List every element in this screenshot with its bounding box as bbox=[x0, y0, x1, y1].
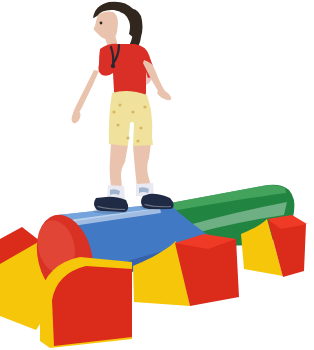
shorts-print-dot bbox=[112, 110, 115, 113]
shorts-print-dot bbox=[131, 110, 134, 113]
shorts-print-dot bbox=[136, 139, 139, 142]
soft-play-scene: Young girl with dark hair, red t-shirt a… bbox=[0, 0, 314, 350]
shorts-print-dot bbox=[118, 103, 121, 106]
shorts-print-dot bbox=[126, 136, 129, 139]
child-strap-toggle bbox=[111, 64, 115, 68]
shorts-print-dot bbox=[143, 105, 146, 108]
shorts-print-dot bbox=[139, 126, 142, 129]
support-left-near-block bbox=[40, 257, 132, 348]
product-photo: Young girl with dark hair, red t-shirt a… bbox=[0, 0, 314, 350]
shorts-print-dot bbox=[116, 123, 119, 126]
child-eye bbox=[100, 22, 103, 25]
support-left-near-red-face bbox=[52, 266, 132, 346]
